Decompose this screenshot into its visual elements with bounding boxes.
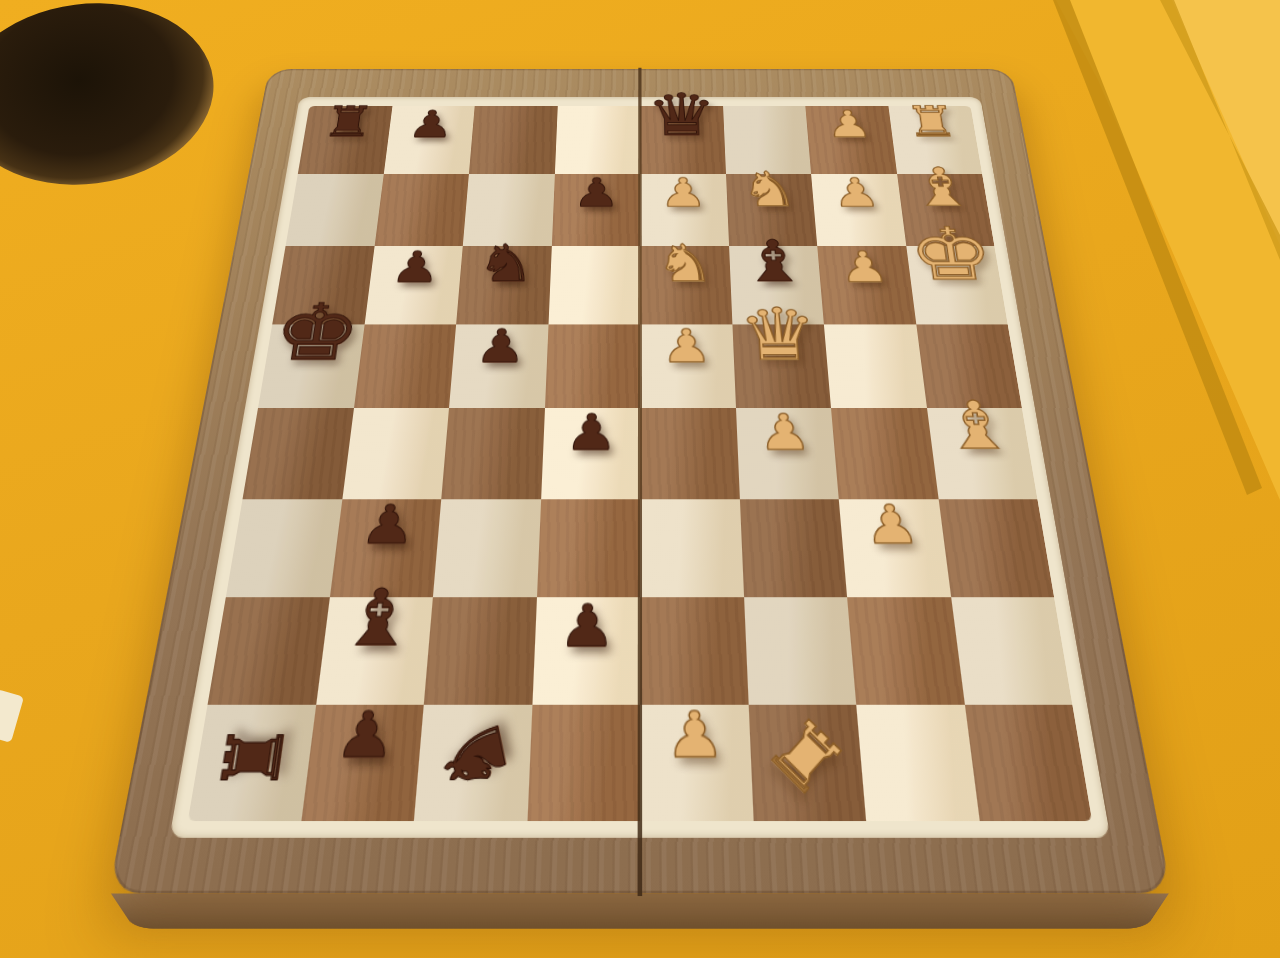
square-d8 [554, 106, 640, 174]
square-b8 [383, 106, 474, 174]
square-e8 [640, 106, 726, 174]
black-pawn-glyph: ♟ [333, 704, 399, 768]
square-d6 [548, 246, 640, 324]
black-knight-glyph: ♞ [428, 710, 522, 806]
square-f8 [723, 106, 811, 174]
square-b7 [374, 174, 469, 247]
square-g6 [817, 246, 916, 324]
paint-chip [0, 689, 24, 743]
square-c5 [449, 324, 548, 408]
square-e7 [640, 174, 729, 247]
chess-board: ♜♟♛♟♜♟♟♞♟♝♟♞♞♝♟♚♚♟♟♛♟♟♝♟♟♝♟♜♟♞♟♜ [109, 69, 1172, 893]
square-g7 [811, 174, 906, 247]
piece-black-bishop-b2: ♝ [336, 572, 421, 657]
piece-white-pawn-e1: ♟ [665, 698, 726, 767]
square-h8 [888, 106, 982, 174]
piece-white-rook-f1: ♜ [769, 718, 843, 799]
piece-black-knight-c1: ♞ [435, 715, 513, 800]
black-pawn-glyph: ♟ [558, 597, 616, 655]
square-a6 [272, 246, 374, 324]
square-g5 [824, 324, 927, 408]
square-h5 [916, 324, 1022, 408]
piece-white-pawn-f4: ♟ [757, 403, 813, 457]
square-f5 [732, 324, 831, 408]
square-a5 [258, 324, 364, 408]
white-pawn-glyph: ♟ [757, 407, 813, 456]
square-b6 [364, 246, 463, 324]
square-d5 [545, 324, 641, 408]
table-hole [0, 0, 224, 199]
black-bishop-glyph: ♝ [336, 579, 421, 657]
black-pawn-glyph: ♟ [565, 407, 619, 456]
square-e6 [640, 246, 732, 324]
square-a7 [286, 174, 384, 247]
piece-black-pawn-d2: ♟ [558, 591, 616, 655]
square-a8 [298, 106, 392, 174]
square-f7 [726, 174, 818, 247]
square-h6 [906, 246, 1008, 324]
square-e5 [640, 324, 736, 408]
square-d7 [551, 174, 640, 247]
square-f6 [729, 246, 824, 324]
black-pawn-glyph: ♟ [358, 498, 418, 552]
white-pawn-glyph: ♟ [665, 704, 726, 768]
square-b5 [354, 324, 457, 408]
piece-black-pawn-b1: ♟ [333, 698, 400, 767]
piece-black-rook-a1: ♜ [213, 718, 293, 799]
square-c7 [463, 174, 555, 247]
square-c6 [456, 246, 551, 324]
white-rook-glyph: ♜ [755, 704, 857, 812]
black-rook-glyph: ♜ [210, 722, 297, 794]
square-g8 [805, 106, 896, 174]
square-c8 [469, 106, 557, 174]
square-h7 [897, 174, 995, 247]
board-front-face [111, 894, 1169, 929]
piece-black-pawn-d4: ♟ [565, 403, 619, 457]
white-pawn-glyph: ♟ [861, 498, 921, 552]
